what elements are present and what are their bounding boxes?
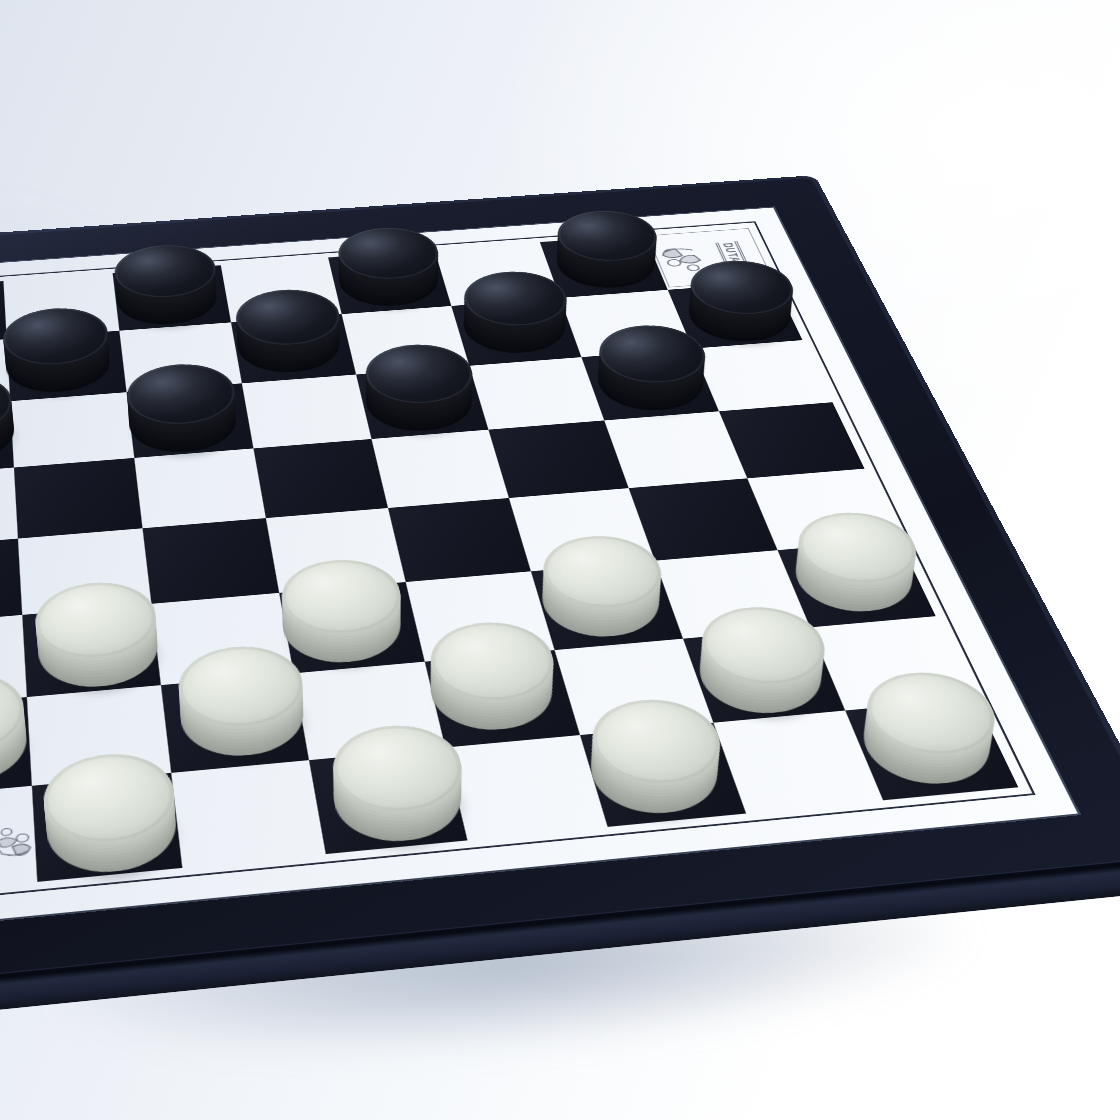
square-r4c2[interactable]: [143, 518, 280, 604]
board-assembly: DUTATI DUTATI: [0, 175, 1120, 1003]
board-frame: DUTATI DUTATI: [0, 175, 1120, 1003]
square-r7c2: [171, 760, 326, 868]
product-photo-scene: DUTATI DUTATI: [0, 0, 1120, 1120]
square-r2c5: [469, 357, 604, 430]
square-r3c3[interactable]: [253, 439, 388, 518]
board-sheet: DUTATI DUTATI: [0, 208, 1078, 935]
square-r2c1: [10, 392, 134, 467]
square-r2c3: [242, 375, 372, 449]
